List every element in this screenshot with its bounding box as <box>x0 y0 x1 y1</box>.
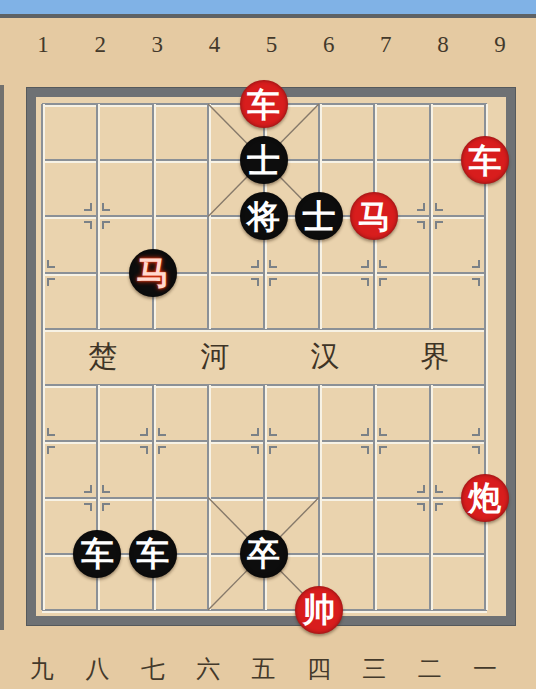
piece-black-advisor[interactable]: 士 <box>295 192 343 240</box>
piece-red-cannon[interactable]: 炮 <box>461 474 509 522</box>
piece-black-horse[interactable]: 马 <box>129 249 177 297</box>
file-label-top: 1 <box>37 32 49 58</box>
piece-black-general[interactable]: 将 <box>240 192 288 240</box>
piece-black-soldier[interactable]: 卒 <box>240 530 288 578</box>
file-label-top: 2 <box>94 32 106 58</box>
file-label-bottom: 八 <box>85 653 109 685</box>
file-label-top: 3 <box>152 32 164 58</box>
river-text: 汉 <box>311 337 340 377</box>
file-label-top: 8 <box>437 32 449 58</box>
piece-red-chariot[interactable]: 车 <box>461 136 509 184</box>
river-text: 界 <box>421 337 450 377</box>
file-label-top: 6 <box>323 32 335 58</box>
river-text: 楚 <box>89 337 118 377</box>
file-label-bottom: 二 <box>418 653 442 685</box>
piece-red-chariot[interactable]: 车 <box>240 80 288 128</box>
file-label-bottom: 七 <box>141 653 165 685</box>
piece-red-horse[interactable]: 马 <box>350 192 398 240</box>
file-label-bottom: 三 <box>362 653 386 685</box>
piece-black-chariot[interactable]: 车 <box>129 530 177 578</box>
file-label-top: 9 <box>494 32 506 58</box>
file-label-bottom: 六 <box>196 653 220 685</box>
piece-red-general[interactable]: 帅 <box>295 586 343 634</box>
file-label-top: 5 <box>266 32 278 58</box>
river-text: 河 <box>201 337 230 377</box>
file-label-bottom: 五 <box>252 653 276 685</box>
file-label-bottom: 九 <box>30 653 54 685</box>
file-label-top: 7 <box>380 32 392 58</box>
piece-black-advisor[interactable]: 士 <box>240 136 288 184</box>
piece-black-chariot[interactable]: 车 <box>73 530 121 578</box>
file-label-bottom: 一 <box>473 653 497 685</box>
file-label-top: 4 <box>209 32 221 58</box>
xiangqi-app: 楚河汉界123456789九八七六五四三二一车士车将士马马炮车车卒帅 <box>0 0 536 689</box>
board[interactable]: 楚河汉界123456789九八七六五四三二一车士车将士马马炮车车卒帅 <box>0 0 536 689</box>
file-label-bottom: 四 <box>307 653 331 685</box>
